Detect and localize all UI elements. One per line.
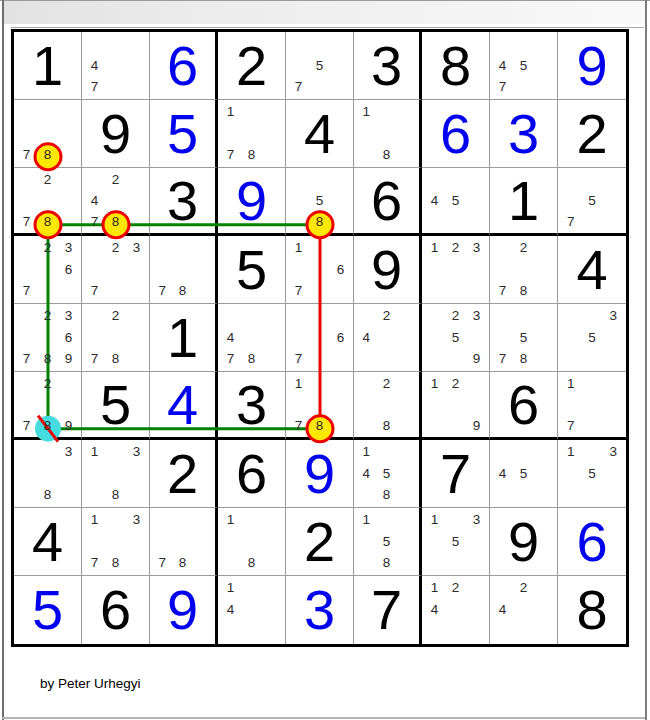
candidate-digit: 2 [445, 305, 466, 327]
candidate-digit: 8 [376, 415, 396, 436]
candidate-digit: 9 [466, 348, 487, 370]
candidate-digit: 2 [513, 237, 534, 259]
solved-digit: 9 [150, 576, 215, 644]
cell-r8c4[interactable]: 18 [218, 508, 286, 576]
cell-r5c9[interactable]: 35 [558, 304, 626, 372]
cell-r7c5[interactable]: 9 [286, 440, 354, 508]
window-frame-left [2, 0, 4, 720]
cell-r6c8[interactable]: 6 [490, 372, 558, 440]
pencil-marks: 45 [490, 440, 557, 507]
candidate-digit: 8 [37, 144, 58, 166]
solved-digit: 5 [150, 100, 215, 167]
candidate-digit: 1 [220, 577, 241, 599]
candidate-digit: 1 [424, 373, 445, 394]
candidate-digit: 2 [37, 237, 58, 259]
candidate-digit: 5 [581, 190, 602, 211]
given-digit: 8 [422, 32, 489, 99]
candidate-digit: 7 [16, 348, 37, 370]
solved-digit: 4 [150, 372, 215, 437]
given-digit: 2 [150, 440, 215, 507]
candidate-digit: 5 [445, 190, 466, 211]
candidate-digit: 8 [241, 144, 262, 166]
cell-r5c8[interactable]: 578 [490, 304, 558, 372]
candidate-digit: 4 [424, 190, 445, 211]
pencil-marks: 237 [82, 236, 149, 303]
candidate-digit: 7 [220, 348, 241, 370]
cell-r2c6[interactable]: 18 [354, 100, 422, 168]
author-credit: by Peter Urhegyi [40, 676, 141, 691]
cell-r9c4[interactable]: 14 [218, 576, 286, 644]
solved-digit: 6 [558, 508, 626, 575]
candidate-digit: 6 [58, 327, 79, 349]
candidate-digit: 2 [513, 577, 534, 599]
title-bar [4, 1, 645, 24]
given-digit: 4 [286, 100, 353, 167]
given-digit: 8 [558, 576, 626, 644]
cell-r3c2[interactable]: 2478 [82, 168, 150, 236]
candidate-digit: 1 [424, 577, 445, 599]
pencil-marks: 18 [218, 508, 285, 575]
cell-r4c2[interactable]: 237 [82, 236, 150, 304]
cell-r4c1[interactable]: 2367 [14, 236, 82, 304]
candidate-digit: 5 [445, 327, 466, 349]
candidate-digit: 6 [330, 327, 351, 349]
pencil-marks: 178 [218, 100, 285, 167]
cell-r7c6[interactable]: 1458 [354, 440, 422, 508]
pencil-marks: 57 [558, 168, 626, 233]
candidate-digit: 1 [560, 441, 581, 463]
cell-r6c7[interactable]: 129 [422, 372, 490, 440]
pencil-marks: 135 [422, 508, 489, 575]
candidate-digit: 6 [58, 259, 79, 281]
given-digit: 7 [422, 440, 489, 507]
candidate-digit: 8 [513, 280, 534, 302]
candidate-digit: 8 [513, 348, 534, 370]
pencil-marks: 28 [354, 372, 419, 437]
candidate-digit: 7 [560, 211, 581, 232]
pencil-marks: 38 [14, 440, 81, 507]
pencil-marks: 1458 [354, 440, 419, 507]
given-digit: 9 [354, 236, 419, 303]
candidate-digit: 3 [58, 237, 79, 259]
pencil-marks: 278 [490, 236, 557, 303]
cell-r3c5[interactable]: 58 [286, 168, 354, 236]
cell-r8c8[interactable]: 9 [490, 508, 558, 576]
candidate-digit: 7 [492, 280, 513, 302]
cell-r6c4[interactable]: 3 [218, 372, 286, 440]
cell-r4c4[interactable]: 5 [218, 236, 286, 304]
window-frame-right [645, 0, 647, 720]
candidate-digit: 1 [356, 441, 376, 463]
given-digit: 5 [82, 372, 149, 437]
solved-digit: 3 [490, 100, 557, 167]
pencil-marks: 278 [14, 168, 81, 233]
cell-r9c7[interactable]: 124 [422, 576, 490, 644]
pencil-marks: 1378 [82, 508, 149, 575]
candidate-digit: 8 [376, 552, 396, 574]
pencil-marks: 78 [150, 508, 215, 575]
candidate-digit: 7 [16, 280, 37, 302]
sudoku-board: 1476257384579789517841863227824783958645… [11, 29, 629, 647]
cell-r8c1[interactable]: 4 [14, 508, 82, 576]
cell-r1c1[interactable]: 1 [14, 32, 82, 100]
pencil-marks: 278 [82, 304, 149, 371]
candidate-digit: 3 [126, 509, 147, 531]
candidate-digit: 4 [492, 599, 513, 621]
cell-r3c7[interactable]: 45 [422, 168, 490, 236]
solved-digit: 9 [286, 440, 353, 507]
pencil-marks: 57 [286, 32, 353, 99]
candidate-digit: 4 [84, 190, 105, 211]
candidate-digit: 5 [513, 463, 534, 485]
candidate-digit: 5 [445, 531, 466, 553]
cell-r5c6[interactable]: 24 [354, 304, 422, 372]
cell-r8c5[interactable]: 2 [286, 508, 354, 576]
candidate-digit: 8 [37, 211, 58, 232]
cell-r2c3[interactable]: 5 [150, 100, 218, 168]
candidate-digit: 1 [84, 441, 105, 463]
given-digit: 7 [354, 576, 419, 644]
candidate-digit: 5 [581, 463, 602, 485]
cell-r6c9[interactable]: 17 [558, 372, 626, 440]
candidate-digit: 7 [288, 348, 309, 370]
candidate-digit: 7 [152, 552, 172, 574]
candidate-digit: 4 [356, 327, 376, 349]
candidate-digit: 8 [241, 348, 262, 370]
candidate-digit: 7 [220, 144, 241, 166]
given-digit: 2 [286, 508, 353, 575]
cell-r4c3[interactable]: 78 [150, 236, 218, 304]
cell-r9c6[interactable]: 7 [354, 576, 422, 644]
candidate-digit: 1 [424, 509, 445, 531]
candidate-digit: 8 [37, 484, 58, 506]
cell-r1c9[interactable]: 9 [558, 32, 626, 100]
cell-r6c2[interactable]: 5 [82, 372, 150, 440]
cell-r7c2[interactable]: 138 [82, 440, 150, 508]
cell-r2c7[interactable]: 6 [422, 100, 490, 168]
cell-r6c1[interactable]: 2789 [14, 372, 82, 440]
candidate-digit: 7 [16, 144, 37, 166]
given-digit: 1 [14, 32, 81, 99]
candidate-digit: 4 [220, 599, 241, 621]
pencil-marks: 24 [490, 576, 557, 644]
candidate-digit: 8 [376, 484, 396, 506]
given-digit: 1 [150, 304, 215, 371]
cell-r3c3[interactable]: 3 [150, 168, 218, 236]
given-digit: 1 [490, 168, 557, 233]
candidate-digit: 4 [492, 463, 513, 485]
candidate-digit: 3 [466, 509, 487, 531]
cell-r1c7[interactable]: 8 [422, 32, 490, 100]
candidate-digit: 8 [37, 415, 58, 436]
cell-r2c9[interactable]: 2 [558, 100, 626, 168]
cell-r9c8[interactable]: 24 [490, 576, 558, 644]
cell-r3c9[interactable]: 57 [558, 168, 626, 236]
cell-r9c2[interactable]: 6 [82, 576, 150, 644]
pencil-marks: 18 [354, 100, 419, 167]
cell-r1c2[interactable]: 47 [82, 32, 150, 100]
cell-r3c8[interactable]: 1 [490, 168, 558, 236]
solved-digit: 3 [286, 576, 353, 644]
pencil-marks: 2789 [14, 372, 81, 437]
candidate-digit: 7 [288, 280, 309, 302]
pencil-marks: 478 [218, 304, 285, 371]
cell-r4c6[interactable]: 9 [354, 236, 422, 304]
pencil-marks: 236789 [14, 304, 81, 371]
cell-r8c9[interactable]: 6 [558, 508, 626, 576]
cell-r5c4[interactable]: 478 [218, 304, 286, 372]
pencil-marks: 78 [150, 236, 215, 303]
pencil-marks: 123 [422, 236, 489, 303]
candidate-digit: 5 [513, 55, 534, 77]
given-digit: 3 [218, 372, 285, 437]
candidate-digit: 7 [492, 348, 513, 370]
candidate-digit: 9 [58, 348, 79, 370]
cell-r6c6[interactable]: 28 [354, 372, 422, 440]
cell-r5c1[interactable]: 236789 [14, 304, 82, 372]
cell-r5c2[interactable]: 278 [82, 304, 150, 372]
candidate-digit: 2 [37, 305, 58, 327]
candidate-digit: 7 [84, 552, 105, 574]
cell-r7c7[interactable]: 7 [422, 440, 490, 508]
cell-r1c6[interactable]: 3 [354, 32, 422, 100]
cell-r1c5[interactable]: 57 [286, 32, 354, 100]
pencil-marks: 2359 [422, 304, 489, 371]
given-digit: 4 [558, 236, 626, 303]
solved-digit: 6 [422, 100, 489, 167]
cell-r7c1[interactable]: 38 [14, 440, 82, 508]
cell-r2c5[interactable]: 4 [286, 100, 354, 168]
solved-digit: 6 [150, 32, 215, 99]
candidate-digit: 3 [58, 441, 79, 463]
candidate-digit: 8 [105, 211, 126, 232]
cell-r8c7[interactable]: 135 [422, 508, 490, 576]
candidate-digit: 3 [58, 305, 79, 327]
cell-r4c7[interactable]: 123 [422, 236, 490, 304]
candidate-digit: 7 [288, 76, 309, 98]
cell-r9c9[interactable]: 8 [558, 576, 626, 644]
given-digit: 3 [354, 32, 419, 99]
pencil-marks: 158 [354, 508, 419, 575]
pencil-marks: 2478 [82, 168, 149, 233]
cell-r8c6[interactable]: 158 [354, 508, 422, 576]
candidate-digit: 5 [309, 55, 330, 77]
candidate-digit: 2 [105, 169, 126, 190]
pencil-marks: 67 [286, 304, 353, 371]
pencil-marks: 45 [422, 168, 489, 233]
board-shadow-line [11, 27, 644, 28]
candidate-digit: 7 [84, 76, 105, 98]
cell-r5c5[interactable]: 67 [286, 304, 354, 372]
candidate-digit: 2 [445, 373, 466, 394]
pencil-marks: 167 [286, 236, 353, 303]
cell-r9c5[interactable]: 3 [286, 576, 354, 644]
cell-r5c7[interactable]: 2359 [422, 304, 490, 372]
cell-r5c3[interactable]: 1 [150, 304, 218, 372]
pencil-marks: 24 [354, 304, 419, 371]
candidate-digit: 9 [466, 415, 487, 436]
candidate-digit: 1 [288, 237, 309, 259]
pencil-marks: 578 [490, 304, 557, 371]
pencil-marks: 178 [286, 372, 353, 437]
candidate-digit: 2 [37, 169, 58, 190]
candidate-digit: 2 [376, 305, 396, 327]
cell-r3c1[interactable]: 278 [14, 168, 82, 236]
pencil-marks: 129 [422, 372, 489, 437]
candidate-digit: 1 [84, 509, 105, 531]
cell-r8c3[interactable]: 78 [150, 508, 218, 576]
cell-r8c2[interactable]: 1378 [82, 508, 150, 576]
candidate-digit: 1 [356, 101, 376, 123]
given-digit: 6 [218, 440, 285, 507]
pencil-marks: 124 [422, 576, 489, 644]
cell-r7c3[interactable]: 2 [150, 440, 218, 508]
candidate-digit: 7 [288, 415, 309, 436]
cell-r2c2[interactable]: 9 [82, 100, 150, 168]
candidate-digit: 8 [37, 348, 58, 370]
given-digit: 6 [354, 168, 419, 233]
given-digit: 5 [218, 236, 285, 303]
cell-r9c3[interactable]: 9 [150, 576, 218, 644]
candidate-digit: 3 [466, 237, 487, 259]
cell-r2c4[interactable]: 178 [218, 100, 286, 168]
cell-r6c3[interactable]: 4 [150, 372, 218, 440]
candidate-digit: 1 [560, 373, 581, 394]
candidate-digit: 8 [309, 415, 330, 436]
candidate-digit: 8 [172, 552, 192, 574]
candidate-digit: 2 [37, 373, 58, 394]
cell-r2c8[interactable]: 3 [490, 100, 558, 168]
pencil-marks: 2367 [14, 236, 81, 303]
cell-r2c1[interactable]: 78 [14, 100, 82, 168]
candidate-digit: 7 [492, 76, 513, 98]
given-digit: 4 [14, 508, 81, 575]
given-digit: 9 [490, 508, 557, 575]
candidate-digit: 3 [126, 441, 147, 463]
pencil-marks: 35 [558, 304, 626, 371]
candidate-digit: 7 [16, 415, 37, 436]
given-digit: 2 [558, 100, 626, 167]
candidate-digit: 2 [445, 577, 466, 599]
candidate-digit: 3 [603, 305, 624, 327]
pencil-marks: 78 [14, 100, 81, 167]
candidate-digit: 8 [105, 484, 126, 506]
candidate-digit: 5 [309, 190, 330, 211]
candidate-digit: 8 [105, 348, 126, 370]
given-digit: 6 [490, 372, 557, 437]
pencil-marks: 135 [558, 440, 626, 507]
given-digit: 9 [82, 100, 149, 167]
given-digit: 2 [218, 32, 285, 99]
candidate-digit: 9 [58, 415, 79, 436]
candidate-digit: 2 [376, 373, 396, 394]
candidate-digit: 5 [376, 463, 396, 485]
cell-r4c8[interactable]: 278 [490, 236, 558, 304]
cell-r7c8[interactable]: 45 [490, 440, 558, 508]
pencil-marks: 17 [558, 372, 626, 437]
candidate-digit: 6 [330, 259, 351, 281]
cell-r6c5[interactable]: 178 [286, 372, 354, 440]
candidate-digit: 2 [105, 237, 126, 259]
candidate-digit: 8 [376, 144, 396, 166]
solved-digit: 9 [558, 32, 626, 99]
candidate-digit: 4 [424, 599, 445, 621]
candidate-digit: 8 [309, 211, 330, 232]
candidate-digit: 1 [356, 509, 376, 531]
candidate-digit: 4 [220, 327, 241, 349]
candidate-digit: 7 [16, 211, 37, 232]
candidate-digit: 1 [424, 237, 445, 259]
pencil-marks: 14 [218, 576, 285, 644]
solved-digit: 5 [14, 576, 81, 644]
candidate-digit: 7 [560, 415, 581, 436]
given-digit: 6 [82, 576, 149, 644]
candidate-digit: 1 [288, 373, 309, 394]
candidate-digit: 8 [105, 552, 126, 574]
candidate-digit: 4 [492, 55, 513, 77]
cell-r7c9[interactable]: 135 [558, 440, 626, 508]
cell-r1c4[interactable]: 2 [218, 32, 286, 100]
given-digit: 3 [150, 168, 215, 233]
candidate-digit: 1 [220, 101, 241, 123]
candidate-digit: 5 [376, 531, 396, 553]
solved-digit: 9 [218, 168, 285, 233]
cell-r4c5[interactable]: 167 [286, 236, 354, 304]
cell-r1c3[interactable]: 6 [150, 32, 218, 100]
candidate-digit: 7 [152, 280, 172, 302]
candidate-digit: 2 [445, 237, 466, 259]
pencil-marks: 457 [490, 32, 557, 99]
candidate-digit: 4 [84, 55, 105, 77]
cell-r3c4[interactable]: 9 [218, 168, 286, 236]
candidate-digit: 3 [466, 305, 487, 327]
candidate-digit: 7 [84, 211, 105, 232]
candidate-digit: 3 [603, 441, 624, 463]
window-frame-bottom [2, 717, 645, 719]
cell-r7c4[interactable]: 6 [218, 440, 286, 508]
cell-r4c9[interactable]: 4 [558, 236, 626, 304]
pencil-marks: 47 [82, 32, 149, 99]
candidate-digit: 5 [581, 327, 602, 349]
candidate-digit: 8 [172, 280, 192, 302]
pencil-marks: 58 [286, 168, 353, 233]
candidate-digit: 3 [126, 237, 147, 259]
cell-r9c1[interactable]: 5 [14, 576, 82, 644]
candidate-digit: 8 [241, 552, 262, 574]
candidate-digit: 7 [84, 348, 105, 370]
candidate-digit: 4 [356, 463, 376, 485]
cell-r3c6[interactable]: 6 [354, 168, 422, 236]
pencil-marks: 138 [82, 440, 149, 507]
candidate-digit: 5 [513, 327, 534, 349]
candidate-digit: 1 [220, 509, 241, 531]
cell-r1c8[interactable]: 457 [490, 32, 558, 100]
candidate-digit: 2 [105, 305, 126, 327]
candidate-digit: 7 [84, 280, 105, 302]
